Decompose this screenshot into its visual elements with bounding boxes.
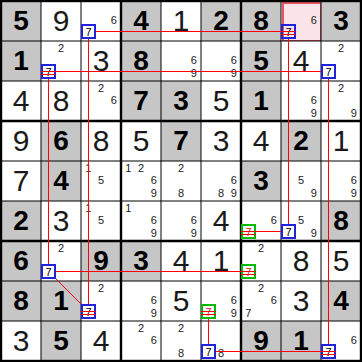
cell-r4c5[interactable]: 7 — [161, 121, 201, 161]
chain-candidate-digit-r7c7: 7 — [245, 266, 251, 278]
solved-digit-r1c2: 9 — [41, 1, 81, 41]
given-digit-r6c9: 8 — [321, 201, 361, 241]
elimination-strike-r2c2 — [41, 74, 56, 75]
solved-digit-r4c6: 3 — [201, 121, 241, 161]
candidate-9-r5c9: 9 — [347, 187, 360, 199]
cell-r1c9[interactable]: 3 — [321, 1, 361, 41]
cell-r8c7[interactable]: 267 — [241, 281, 281, 321]
cell-r4c6[interactable]: 3 — [201, 121, 241, 161]
cell-r7c6[interactable]: 1 — [201, 241, 241, 281]
given-digit-r4c8: 2 — [281, 121, 321, 161]
candidate-6-r6c5: 6 — [187, 214, 200, 226]
cell-r4c3[interactable]: 8 — [81, 121, 121, 161]
elimination-strike-r2c2 — [41, 71, 56, 72]
solved-digit-r8c5: 5 — [161, 281, 201, 321]
solved-digit-r4c3: 8 — [81, 121, 121, 161]
cell-r7c1[interactable]: 6 — [1, 241, 41, 281]
solved-digit-r7c5: 4 — [161, 241, 201, 281]
solved-digit-r3c1: 4 — [1, 81, 41, 121]
elimination-strike-r8c3 — [81, 314, 96, 315]
cell-r1c4[interactable]: 4 — [121, 1, 161, 41]
cell-r9c1[interactable]: 3 — [1, 321, 41, 361]
cell-r9c4[interactable]: 26 — [121, 321, 161, 361]
cell-r6c3[interactable]: 15 — [81, 201, 121, 241]
solved-digit-r7c8: 8 — [281, 241, 321, 281]
candidate-2-r9c4: 2 — [135, 322, 148, 334]
chain-candidate-digit-r9c9: 7 — [325, 346, 331, 358]
given-digit-r7c4: 3 — [121, 241, 161, 281]
cell-r6c9[interactable]: 8 — [321, 201, 361, 241]
chain-node-blue-r6c8: 7 — [281, 224, 296, 239]
cell-r3c9[interactable]: 29 — [321, 81, 361, 121]
given-digit-r3c4: 7 — [121, 81, 161, 121]
cell-r5c5[interactable]: 28 — [161, 161, 201, 201]
elimination-strike-r9c9 — [321, 351, 336, 352]
candidate-5-r5c3: 5 — [95, 174, 108, 186]
candidate-6-r1c8: 6 — [307, 14, 320, 26]
cell-r3c8[interactable]: 69 — [281, 81, 321, 121]
candidate-9-r8c4: 9 — [147, 307, 160, 319]
cell-r9c8[interactable]: 1 — [281, 321, 321, 361]
cell-r8c5[interactable]: 5 — [161, 281, 201, 321]
candidate-6-r8c7: 6 — [267, 294, 280, 306]
cell-r9c5[interactable]: 28 — [161, 321, 201, 361]
candidate-5-r5c8: 5 — [295, 174, 308, 186]
given-digit-r5c7: 3 — [241, 161, 281, 201]
solved-digit-r3c2: 8 — [41, 81, 81, 121]
elimination-strike-r1c8 — [281, 34, 296, 35]
cell-r5c8[interactable]: 59 — [281, 161, 321, 201]
candidate-6-r9c9: 6 — [347, 334, 360, 346]
cell-r4c7[interactable]: 4 — [241, 121, 281, 161]
candidate-7-r8c7: 7 — [242, 307, 255, 319]
chain-candidate-digit-r9c6: 7 — [205, 346, 211, 358]
given-digit-r3c5: 3 — [161, 81, 201, 121]
cell-r7c4[interactable]: 3 — [121, 241, 161, 281]
candidate-2-r2c9: 2 — [335, 42, 348, 54]
solved-digit-r9c3: 4 — [81, 321, 121, 361]
cell-r6c6[interactable]: 4 — [201, 201, 241, 241]
chain-candidate-digit-r8c3: 7 — [85, 306, 91, 318]
cell-r3c1[interactable]: 4 — [1, 81, 41, 121]
chain-node-blue-struck-r9c9: 7 — [321, 344, 336, 359]
cell-r2c1[interactable]: 1 — [1, 41, 41, 81]
cell-r3c5[interactable]: 3 — [161, 81, 201, 121]
candidate-2-r9c5: 2 — [175, 322, 188, 334]
cell-r8c2[interactable]: 1 — [41, 281, 81, 321]
chain-node-blue-r1c3: 7 — [81, 24, 96, 39]
cell-r9c2[interactable]: 5 — [41, 321, 81, 361]
cell-r2c5[interactable]: 69 — [161, 41, 201, 81]
given-digit-r1c6: 2 — [201, 1, 241, 41]
candidate-9-r6c8: 9 — [307, 227, 320, 239]
given-digit-r5c2: 4 — [41, 161, 81, 201]
candidate-2-r7c7: 2 — [255, 242, 268, 254]
candidate-2-r3c3: 2 — [95, 82, 108, 94]
chain-candidate-digit-r6c8: 7 — [285, 226, 291, 238]
chain-candidate-digit-r2c2: 7 — [45, 66, 51, 78]
cell-r3c4[interactable]: 7 — [121, 81, 161, 121]
given-digit-r2c1: 1 — [1, 41, 41, 81]
cell-r1c1[interactable]: 5 — [1, 1, 41, 41]
elimination-strike-r6c7 — [241, 234, 256, 235]
candidate-2-r3c9: 2 — [335, 82, 348, 94]
cell-r5c2[interactable]: 4 — [41, 161, 81, 201]
cell-r7c9[interactable]: 5 — [321, 241, 361, 281]
candidate-9-r3c8: 9 — [307, 107, 320, 119]
candidate-1-r6c3: 1 — [82, 202, 95, 214]
solved-digit-r5c1: 7 — [1, 161, 41, 201]
given-digit-r7c3: 9 — [81, 241, 121, 281]
candidate-9-r2c6: 9 — [227, 67, 240, 79]
chain-node-blue-r7c2: 7 — [41, 264, 56, 279]
candidate-8-r9c6: 8 — [215, 347, 228, 359]
candidate-6-r8c6: 6 — [227, 294, 240, 306]
candidate-1-r5c4: 1 — [122, 162, 135, 174]
cell-r2c4[interactable]: 8 — [121, 41, 161, 81]
elimination-strike-r7c7 — [241, 274, 256, 275]
cell-r5c3[interactable]: 15 — [81, 161, 121, 201]
given-digit-r9c2: 5 — [41, 321, 81, 361]
candidate-6-r1c3: 6 — [107, 14, 120, 26]
chain-candidate-digit-r1c8: 7 — [285, 26, 291, 38]
cell-r2c7[interactable]: 5 — [241, 41, 281, 81]
candidate-8-r9c5: 8 — [175, 347, 188, 359]
solved-digit-r7c9: 5 — [321, 241, 361, 281]
cell-r1c6[interactable]: 2 — [201, 1, 241, 41]
given-digit-r1c9: 3 — [321, 1, 361, 41]
solved-digit-r3c6: 5 — [201, 81, 241, 121]
chain-node-blue-struck-r1c8: 7 — [281, 24, 296, 39]
candidate-2-r8c7: 2 — [255, 282, 268, 294]
candidate-9-r2c5: 9 — [187, 67, 200, 79]
cell-r4c4[interactable]: 5 — [121, 121, 161, 161]
candidate-6-r2c6: 6 — [227, 54, 240, 66]
candidate-8-r5c6: 8 — [215, 187, 228, 199]
cell-r7c5[interactable]: 4 — [161, 241, 201, 281]
elimination-strike-r6c7 — [241, 231, 256, 232]
given-digit-r1c7: 8 — [241, 1, 281, 41]
cell-r1c7[interactable]: 8 — [241, 1, 281, 41]
candidate-2-r7c2: 2 — [55, 242, 68, 254]
candidate-2-r5c5: 2 — [175, 162, 188, 174]
given-digit-r3c7: 1 — [241, 81, 281, 121]
candidate-6-r3c8: 6 — [307, 94, 320, 106]
given-digit-r8c9: 4 — [321, 281, 361, 321]
cell-r5c7[interactable]: 3 — [241, 161, 281, 201]
candidate-9-r5c4: 9 — [147, 187, 160, 199]
candidate-9-r6c5: 9 — [187, 227, 200, 239]
cell-r4c9[interactable]: 1 — [321, 121, 361, 161]
cell-r6c1[interactable]: 2 — [1, 201, 41, 241]
candidate-6-r2c5: 6 — [187, 54, 200, 66]
cell-r8c4[interactable]: 69 — [121, 281, 161, 321]
chain-node-blue-struck-r2c2: 7 — [41, 64, 56, 79]
given-digit-r1c1: 5 — [1, 1, 41, 41]
chain-candidate-digit-r6c7: 7 — [245, 226, 251, 238]
candidate-9-r6c4: 9 — [147, 227, 160, 239]
given-digit-r9c7: 9 — [241, 321, 281, 361]
chain-node-green-struck-r7c7: 7 — [241, 264, 256, 279]
solved-digit-r4c7: 4 — [241, 121, 281, 161]
cell-r5c4[interactable]: 1269 — [121, 161, 161, 201]
solved-digit-r6c2: 3 — [41, 201, 81, 241]
cell-r3c6[interactable]: 5 — [201, 81, 241, 121]
candidate-2-r5c4: 2 — [135, 162, 148, 174]
solved-digit-r4c4: 5 — [121, 121, 161, 161]
given-digit-r2c4: 8 — [121, 41, 161, 81]
elimination-strike-r8c6 — [201, 311, 216, 312]
chain-candidate-digit-r8c6: 7 — [205, 306, 211, 318]
cell-r4c8[interactable]: 2 — [281, 121, 321, 161]
candidate-1-r6c4: 1 — [122, 202, 135, 214]
chain-node-blue-r2c9: 7 — [321, 64, 336, 79]
cell-r7c3[interactable]: 9 — [81, 241, 121, 281]
solved-digit-r7c6: 1 — [201, 241, 241, 281]
candidate-1-r5c3: 1 — [82, 162, 95, 174]
cell-r3c7[interactable]: 1 — [241, 81, 281, 121]
elimination-strike-r8c6 — [201, 314, 216, 315]
cell-r5c9[interactable]: 69 — [321, 161, 361, 201]
candidate-9-r5c6: 9 — [227, 187, 240, 199]
candidate-2-r2c2: 2 — [55, 42, 68, 54]
candidate-9-r5c8: 9 — [307, 187, 320, 199]
chain-candidate-digit-r7c2: 7 — [45, 266, 51, 278]
elimination-strike-r1c8 — [281, 31, 296, 32]
given-digit-r6c1: 2 — [1, 201, 41, 241]
candidate-9-r3c9: 9 — [347, 107, 360, 119]
elimination-strike-r8c3 — [81, 311, 96, 312]
candidate-6-r6c4: 6 — [147, 214, 160, 226]
candidate-8-r5c5: 8 — [175, 187, 188, 199]
solved-digit-r6c6: 4 — [201, 201, 241, 241]
candidate-6-r8c4: 6 — [147, 294, 160, 306]
solved-digit-r8c8: 3 — [281, 281, 321, 321]
candidate-5-r6c8: 5 — [295, 214, 308, 226]
cell-r2c8[interactable]: 4 — [281, 41, 321, 81]
candidate-6-r9c4: 6 — [147, 334, 160, 346]
given-digit-r4c5: 7 — [161, 121, 201, 161]
cell-r4c2[interactable]: 6 — [41, 121, 81, 161]
candidate-5-r6c3: 5 — [95, 214, 108, 226]
cell-r9c3[interactable]: 4 — [81, 321, 121, 361]
candidate-2-r8c3: 2 — [95, 282, 108, 294]
cell-r5c6[interactable]: 689 — [201, 161, 241, 201]
given-digit-r1c4: 4 — [121, 1, 161, 41]
chain-candidate-digit-r1c3: 7 — [85, 26, 91, 38]
elimination-strike-r7c7 — [241, 271, 256, 272]
chain-node-blue-r9c6: 7 — [201, 344, 216, 359]
cell-r6c4[interactable]: 169 — [121, 201, 161, 241]
cell-r6c2[interactable]: 3 — [41, 201, 81, 241]
given-digit-r9c8: 1 — [281, 321, 321, 361]
solved-digit-r9c1: 3 — [1, 321, 41, 361]
given-digit-r4c2: 6 — [41, 121, 81, 161]
cell-r1c2[interactable]: 9 — [41, 1, 81, 41]
cell-r3c2[interactable]: 8 — [41, 81, 81, 121]
cell-r6c5[interactable]: 69 — [161, 201, 201, 241]
cell-r1c5[interactable]: 1 — [161, 1, 201, 41]
candidate-6-r5c4: 6 — [147, 174, 160, 186]
elimination-strike-r9c9 — [321, 354, 336, 355]
candidate-6-r5c9: 6 — [347, 174, 360, 186]
cell-r5c1[interactable]: 7 — [1, 161, 41, 201]
chain-candidate-digit-r2c9: 7 — [325, 66, 331, 78]
given-digit-r8c2: 1 — [41, 281, 81, 321]
cell-r4c1[interactable]: 9 — [1, 121, 41, 161]
cell-r8c9[interactable]: 4 — [321, 281, 361, 321]
chain-node-green-struck-r8c6: 7 — [201, 304, 216, 319]
sudoku-board: 5964128631238696954248267351692996857342… — [0, 0, 362, 362]
solved-digit-r4c9: 1 — [321, 121, 361, 161]
solved-digit-r2c3: 3 — [81, 41, 121, 81]
solved-digit-r2c8: 4 — [281, 41, 321, 81]
given-digit-r7c1: 6 — [1, 241, 41, 281]
given-digit-r2c7: 5 — [241, 41, 281, 81]
candidate-6-r6c7: 6 — [267, 214, 280, 226]
cell-r8c1[interactable]: 8 — [1, 281, 41, 321]
cell-r8c8[interactable]: 3 — [281, 281, 321, 321]
candidate-9-r8c6: 9 — [227, 307, 240, 319]
cell-r2c3[interactable]: 3 — [81, 41, 121, 81]
cell-r2c6[interactable]: 69 — [201, 41, 241, 81]
cell-r9c7[interactable]: 9 — [241, 321, 281, 361]
given-digit-r8c1: 8 — [1, 281, 41, 321]
cell-r3c3[interactable]: 26 — [81, 81, 121, 121]
solved-digit-r4c1: 9 — [1, 121, 41, 161]
chain-node-green-struck-r6c7: 7 — [241, 224, 256, 239]
candidate-6-r5c6: 6 — [227, 174, 240, 186]
candidate-6-r3c3: 6 — [107, 94, 120, 106]
solved-digit-r1c5: 1 — [161, 1, 201, 41]
cell-r7c8[interactable]: 8 — [281, 241, 321, 281]
chain-node-blue-struck-r8c3: 7 — [81, 304, 96, 319]
